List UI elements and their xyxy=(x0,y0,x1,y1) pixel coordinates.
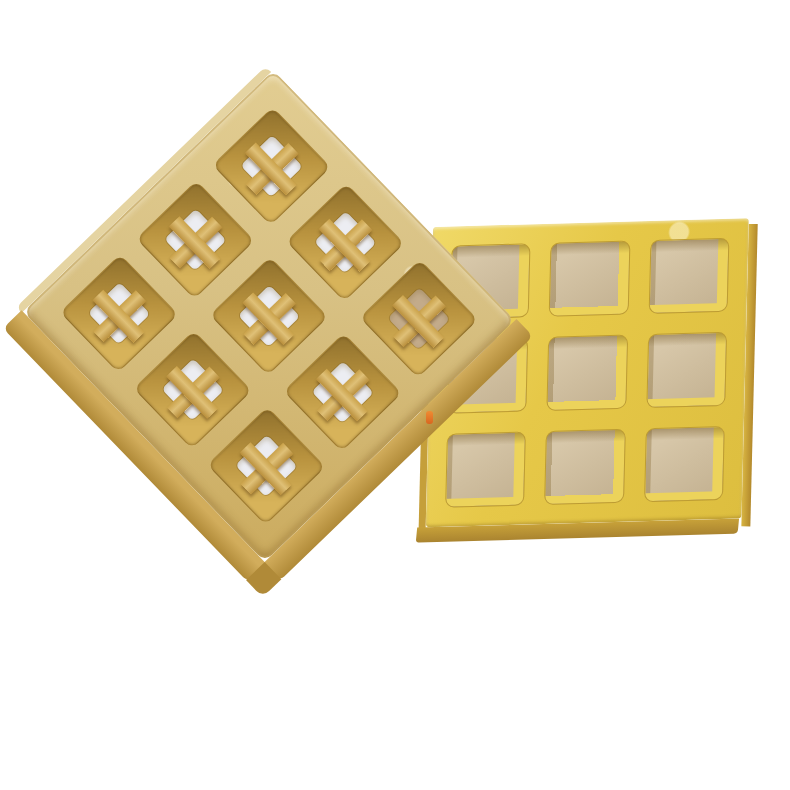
grating-open-cell xyxy=(60,254,179,373)
grating-open-cell xyxy=(212,107,331,226)
grating-pocket-cell xyxy=(648,238,729,314)
grating-pocket-cell xyxy=(445,431,526,507)
grating-open-cell xyxy=(207,406,326,525)
grating-open-cell xyxy=(210,257,329,376)
grating-open-cell xyxy=(286,183,405,302)
grating-open-cell xyxy=(359,259,478,378)
grating-pocket-cell xyxy=(544,429,625,505)
grating-open-cell xyxy=(283,333,402,452)
grating-pocket-cell xyxy=(549,241,630,317)
grating-pocket-cell xyxy=(547,335,628,411)
photo-stage xyxy=(0,0,790,790)
grating-open-cell xyxy=(136,180,255,299)
grating-open-cell xyxy=(133,330,252,449)
grating-pocket-cell xyxy=(646,332,727,408)
grating-pocket-cell xyxy=(644,426,725,502)
orange-paint-speck xyxy=(426,411,433,424)
